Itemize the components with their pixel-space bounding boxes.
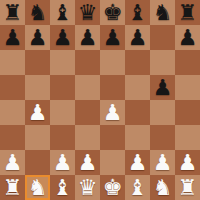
square-g3[interactable] <box>150 125 175 150</box>
square-c1[interactable]: ♝ <box>50 175 75 200</box>
black-pawn-c7[interactable]: ♟ <box>53 25 73 50</box>
square-b1[interactable]: ♞ <box>25 175 50 200</box>
black-king-e8[interactable]: ♚ <box>103 0 123 25</box>
square-d3[interactable] <box>75 125 100 150</box>
black-pawn-g5[interactable]: ♟ <box>153 75 173 100</box>
square-c5[interactable] <box>50 75 75 100</box>
black-pawn-f7[interactable]: ♟ <box>128 25 148 50</box>
black-rook-a8[interactable]: ♜ <box>3 0 23 25</box>
black-pawn-b7[interactable]: ♟ <box>28 25 48 50</box>
square-f7[interactable]: ♟ <box>125 25 150 50</box>
white-bishop-c1[interactable]: ♝ <box>53 175 73 200</box>
chess-board: ♜♞♝♛♚♝♞♜♟♟♟♟♟♟♟♟♟♟♟♟♟♟♟♟♜♞♝♛♚♝♞♜ <box>0 0 200 200</box>
square-e7[interactable]: ♟ <box>100 25 125 50</box>
white-pawn-e4[interactable]: ♟ <box>103 100 123 125</box>
square-f3[interactable] <box>125 125 150 150</box>
square-e1[interactable]: ♚ <box>100 175 125 200</box>
square-d6[interactable] <box>75 50 100 75</box>
black-queen-d8[interactable]: ♛ <box>78 0 98 25</box>
white-queen-d1[interactable]: ♛ <box>78 175 98 200</box>
square-h6[interactable] <box>175 50 200 75</box>
square-b7[interactable]: ♟ <box>25 25 50 50</box>
square-f8[interactable]: ♝ <box>125 0 150 25</box>
square-b3[interactable] <box>25 125 50 150</box>
square-e2[interactable] <box>100 150 125 175</box>
square-h7[interactable]: ♟ <box>175 25 200 50</box>
black-knight-g8[interactable]: ♞ <box>153 0 173 25</box>
black-bishop-f8[interactable]: ♝ <box>128 0 148 25</box>
white-rook-h1[interactable]: ♜ <box>178 175 198 200</box>
square-d5[interactable] <box>75 75 100 100</box>
square-a6[interactable] <box>0 50 25 75</box>
white-pawn-f2[interactable]: ♟ <box>128 150 148 175</box>
white-pawn-h2[interactable]: ♟ <box>178 150 198 175</box>
square-d4[interactable] <box>75 100 100 125</box>
white-king-e1[interactable]: ♚ <box>103 175 123 200</box>
white-bishop-f1[interactable]: ♝ <box>128 175 148 200</box>
square-f6[interactable] <box>125 50 150 75</box>
white-pawn-b4[interactable]: ♟ <box>28 100 48 125</box>
square-d1[interactable]: ♛ <box>75 175 100 200</box>
white-knight-g1[interactable]: ♞ <box>153 175 173 200</box>
black-pawn-e7[interactable]: ♟ <box>103 25 123 50</box>
square-d2[interactable]: ♟ <box>75 150 100 175</box>
square-h8[interactable]: ♜ <box>175 0 200 25</box>
square-f1[interactable]: ♝ <box>125 175 150 200</box>
square-c2[interactable]: ♟ <box>50 150 75 175</box>
square-g1[interactable]: ♞ <box>150 175 175 200</box>
square-a1[interactable]: ♜ <box>0 175 25 200</box>
square-g5[interactable]: ♟ <box>150 75 175 100</box>
square-b5[interactable] <box>25 75 50 100</box>
square-f5[interactable] <box>125 75 150 100</box>
square-f4[interactable] <box>125 100 150 125</box>
square-b8[interactable]: ♞ <box>25 0 50 25</box>
square-d8[interactable]: ♛ <box>75 0 100 25</box>
square-b6[interactable] <box>25 50 50 75</box>
square-a5[interactable] <box>0 75 25 100</box>
square-e5[interactable] <box>100 75 125 100</box>
black-knight-b8[interactable]: ♞ <box>28 0 48 25</box>
square-e3[interactable] <box>100 125 125 150</box>
square-a4[interactable] <box>0 100 25 125</box>
black-rook-h8[interactable]: ♜ <box>178 0 198 25</box>
white-knight-b1[interactable]: ♞ <box>28 175 48 200</box>
white-pawn-d2[interactable]: ♟ <box>78 150 98 175</box>
square-c8[interactable]: ♝ <box>50 0 75 25</box>
black-pawn-a7[interactable]: ♟ <box>3 25 23 50</box>
white-pawn-g2[interactable]: ♟ <box>153 150 173 175</box>
white-pawn-a2[interactable]: ♟ <box>3 150 23 175</box>
square-c4[interactable] <box>50 100 75 125</box>
square-g2[interactable]: ♟ <box>150 150 175 175</box>
square-d7[interactable]: ♟ <box>75 25 100 50</box>
square-a3[interactable] <box>0 125 25 150</box>
black-bishop-c8[interactable]: ♝ <box>53 0 73 25</box>
square-g8[interactable]: ♞ <box>150 0 175 25</box>
black-pawn-h7[interactable]: ♟ <box>178 25 198 50</box>
square-e4[interactable]: ♟ <box>100 100 125 125</box>
square-c6[interactable] <box>50 50 75 75</box>
square-h4[interactable] <box>175 100 200 125</box>
square-e8[interactable]: ♚ <box>100 0 125 25</box>
square-a2[interactable]: ♟ <box>0 150 25 175</box>
square-h2[interactable]: ♟ <box>175 150 200 175</box>
square-h3[interactable] <box>175 125 200 150</box>
square-a7[interactable]: ♟ <box>0 25 25 50</box>
square-h5[interactable] <box>175 75 200 100</box>
square-b4[interactable]: ♟ <box>25 100 50 125</box>
square-f2[interactable]: ♟ <box>125 150 150 175</box>
square-c7[interactable]: ♟ <box>50 25 75 50</box>
square-b2[interactable] <box>25 150 50 175</box>
square-g4[interactable] <box>150 100 175 125</box>
square-g6[interactable] <box>150 50 175 75</box>
square-c3[interactable] <box>50 125 75 150</box>
white-rook-a1[interactable]: ♜ <box>3 175 23 200</box>
square-g7[interactable] <box>150 25 175 50</box>
black-pawn-d7[interactable]: ♟ <box>78 25 98 50</box>
white-pawn-c2[interactable]: ♟ <box>53 150 73 175</box>
square-a8[interactable]: ♜ <box>0 0 25 25</box>
square-e6[interactable] <box>100 50 125 75</box>
square-h1[interactable]: ♜ <box>175 175 200 200</box>
